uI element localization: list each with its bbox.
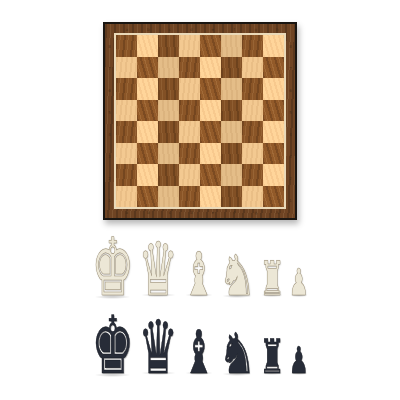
white-knight-glyph: ♞	[218, 248, 256, 304]
square-d7	[179, 57, 200, 79]
white-queen: ♛	[139, 232, 179, 306]
square-e5	[200, 100, 221, 122]
rank-labels-right: 87654321	[286, 35, 295, 211]
coord-label: h	[267, 27, 289, 32]
square-g1	[242, 186, 263, 208]
square-g4	[242, 121, 263, 143]
square-c4	[158, 121, 179, 143]
square-a7	[116, 57, 137, 79]
black-bishop: ♝	[183, 322, 215, 382]
square-a4	[116, 121, 137, 143]
black-king: ♚	[91, 306, 134, 386]
square-h6	[263, 78, 284, 100]
square-a5	[116, 100, 137, 122]
square-d1	[179, 186, 200, 208]
coord-label: 5	[286, 101, 295, 123]
square-c7	[158, 57, 179, 79]
coord-label: a	[116, 27, 138, 32]
black-piece-set: ♚ ♛ ♝ ♞ ♜ ♟	[91, 306, 309, 386]
coord-label: c	[159, 27, 181, 32]
black-knight: ♞	[220, 326, 255, 382]
white-rook-glyph: ♜	[259, 255, 284, 302]
square-b1	[137, 186, 158, 208]
square-f7	[221, 57, 242, 79]
square-d8	[179, 35, 200, 57]
black-pawn: ♟	[289, 342, 309, 379]
black-rook-glyph: ♜	[259, 333, 284, 380]
square-g3	[242, 143, 263, 165]
white-rook: ♜	[259, 255, 284, 302]
coord-label: e	[202, 210, 224, 215]
file-labels-top: abcdefgh	[116, 27, 288, 32]
coord-label: b	[138, 210, 160, 215]
square-a2	[116, 164, 137, 186]
square-e8	[200, 35, 221, 57]
coord-label: 4	[286, 123, 295, 145]
coord-label: d	[181, 210, 203, 215]
square-c6	[158, 78, 179, 100]
square-g8	[242, 35, 263, 57]
square-a1	[116, 186, 137, 208]
square-g2	[242, 164, 263, 186]
coord-label: 2	[286, 167, 295, 189]
square-h2	[263, 164, 284, 186]
white-king: ♚	[91, 228, 134, 308]
square-e1	[200, 186, 221, 208]
white-knight: ♞	[220, 248, 255, 304]
square-b3	[137, 143, 158, 165]
coord-label: g	[245, 27, 267, 32]
coord-label: 1	[105, 189, 114, 211]
square-g6	[242, 78, 263, 100]
square-f3	[221, 143, 242, 165]
square-b6	[137, 78, 158, 100]
black-rook: ♜	[259, 333, 284, 380]
coord-label: a	[116, 210, 138, 215]
rank-labels-left: 87654321	[105, 35, 114, 211]
board-playing-area	[114, 33, 286, 209]
square-b5	[137, 100, 158, 122]
square-g7	[242, 57, 263, 79]
coord-label: f	[224, 27, 246, 32]
white-pawn: ♟	[289, 264, 309, 301]
square-e7	[200, 57, 221, 79]
white-piece-set: ♚ ♛ ♝ ♞ ♜ ♟	[91, 228, 309, 308]
coord-label: 6	[105, 79, 114, 101]
coord-label: 7	[286, 57, 295, 79]
square-e2	[200, 164, 221, 186]
black-pawn-glyph: ♟	[289, 342, 309, 379]
square-a6	[116, 78, 137, 100]
square-c1	[158, 186, 179, 208]
square-b7	[137, 57, 158, 79]
white-pawn-glyph: ♟	[289, 264, 309, 301]
coord-label: 3	[105, 145, 114, 167]
coord-label: f	[224, 210, 246, 215]
coord-label: 4	[105, 123, 114, 145]
square-h5	[263, 100, 284, 122]
square-f5	[221, 100, 242, 122]
square-c8	[158, 35, 179, 57]
coord-label: e	[202, 27, 224, 32]
square-f8	[221, 35, 242, 57]
black-king-glyph: ♚	[91, 306, 134, 386]
square-f4	[221, 121, 242, 143]
white-king-glyph: ♚	[91, 228, 134, 308]
square-b4	[137, 121, 158, 143]
square-d6	[179, 78, 200, 100]
square-g5	[242, 100, 263, 122]
coord-label: 7	[105, 57, 114, 79]
coord-label: 8	[286, 35, 295, 57]
coord-label: 6	[286, 79, 295, 101]
coord-label: c	[159, 210, 181, 215]
square-d3	[179, 143, 200, 165]
black-bishop-glyph: ♝	[183, 322, 215, 382]
square-f1	[221, 186, 242, 208]
coord-label: 1	[286, 189, 295, 211]
coord-label: h	[267, 210, 289, 215]
file-labels-bottom: abcdefgh	[116, 210, 288, 215]
square-h7	[263, 57, 284, 79]
coord-label: g	[245, 210, 267, 215]
square-h3	[263, 143, 284, 165]
square-b8	[137, 35, 158, 57]
square-h4	[263, 121, 284, 143]
square-d4	[179, 121, 200, 143]
white-bishop-glyph: ♝	[183, 244, 215, 304]
square-h8	[263, 35, 284, 57]
square-a3	[116, 143, 137, 165]
square-c3	[158, 143, 179, 165]
square-b2	[137, 164, 158, 186]
coord-label: 8	[105, 35, 114, 57]
black-queen-glyph: ♛	[139, 310, 179, 384]
coord-label: d	[181, 27, 203, 32]
square-h1	[263, 186, 284, 208]
white-queen-glyph: ♛	[139, 232, 179, 306]
square-c2	[158, 164, 179, 186]
coord-label: 2	[105, 167, 114, 189]
coord-label: 3	[286, 145, 295, 167]
square-e3	[200, 143, 221, 165]
white-bishop: ♝	[183, 244, 215, 304]
coord-label: 5	[105, 101, 114, 123]
square-f6	[221, 78, 242, 100]
square-a8	[116, 35, 137, 57]
square-f2	[221, 164, 242, 186]
square-e4	[200, 121, 221, 143]
square-c5	[158, 100, 179, 122]
board-squares	[116, 35, 284, 207]
coord-label: b	[138, 27, 160, 32]
black-knight-glyph: ♞	[218, 326, 256, 382]
chessboard: abcdefgh abcdefgh 87654321 87654321	[103, 22, 297, 220]
square-e6	[200, 78, 221, 100]
black-queen: ♛	[139, 310, 179, 384]
square-d5	[179, 100, 200, 122]
square-d2	[179, 164, 200, 186]
